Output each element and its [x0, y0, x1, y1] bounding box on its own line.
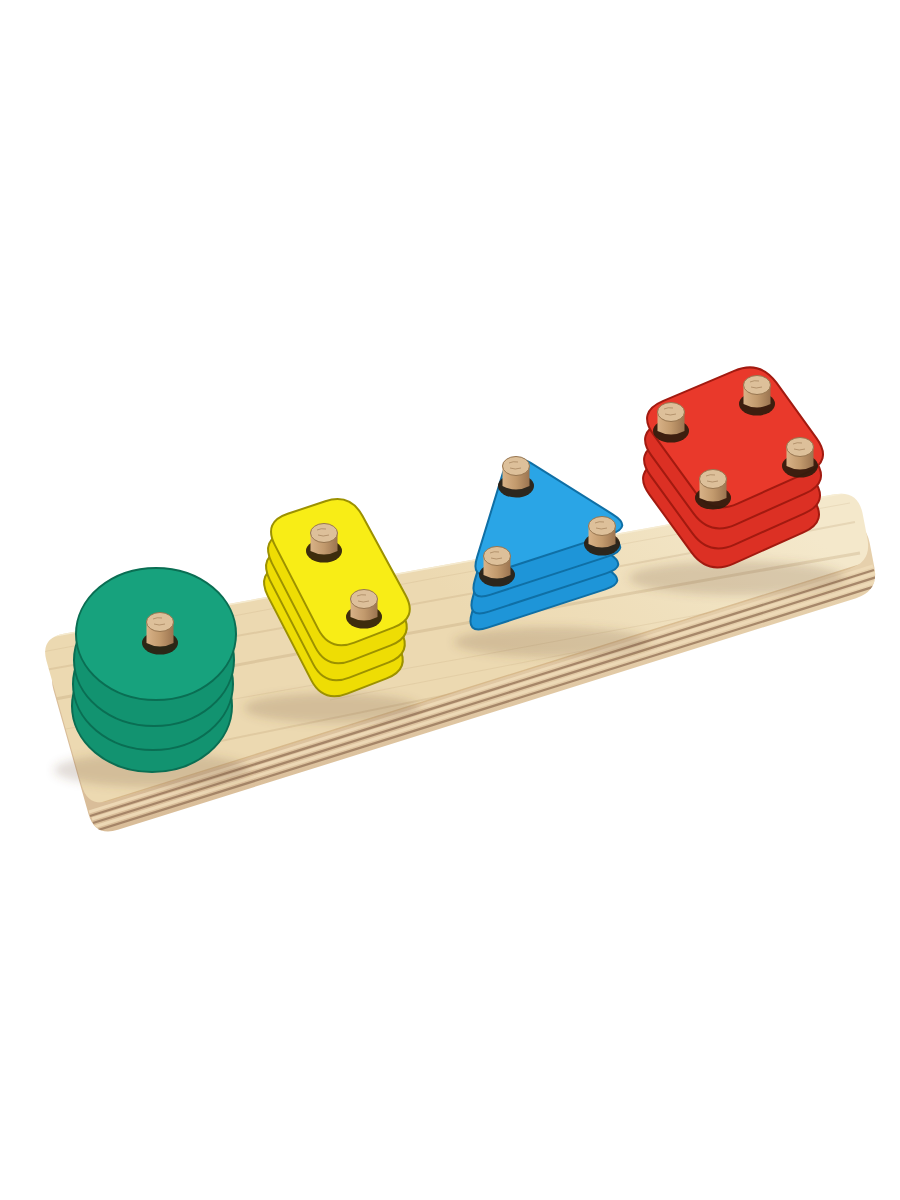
peg-top: [351, 590, 378, 609]
wooden-peg: [695, 470, 731, 510]
peg-top: [744, 376, 771, 395]
peg-top: [503, 457, 530, 476]
contact-shadow: [244, 693, 420, 723]
peg-top: [484, 547, 511, 566]
peg-top: [311, 524, 338, 543]
contact-shadow: [629, 561, 845, 595]
wooden-peg: [479, 547, 515, 587]
wooden-peg: [142, 613, 178, 655]
peg-top: [787, 438, 814, 457]
wooden-peg: [584, 517, 620, 556]
wooden-peg: [653, 403, 689, 443]
wooden-peg: [739, 376, 775, 416]
peg-top: [700, 470, 727, 489]
product-photo: [0, 0, 900, 1200]
peg-top: [589, 517, 616, 536]
wooden-peg: [306, 524, 342, 563]
wooden-peg: [346, 590, 382, 629]
wooden-peg: [498, 457, 534, 498]
wooden-peg: [782, 438, 818, 478]
peg-top: [658, 403, 685, 422]
toy-scene: [0, 0, 900, 1200]
peg-top: [147, 613, 174, 632]
contact-shadow: [454, 627, 650, 657]
